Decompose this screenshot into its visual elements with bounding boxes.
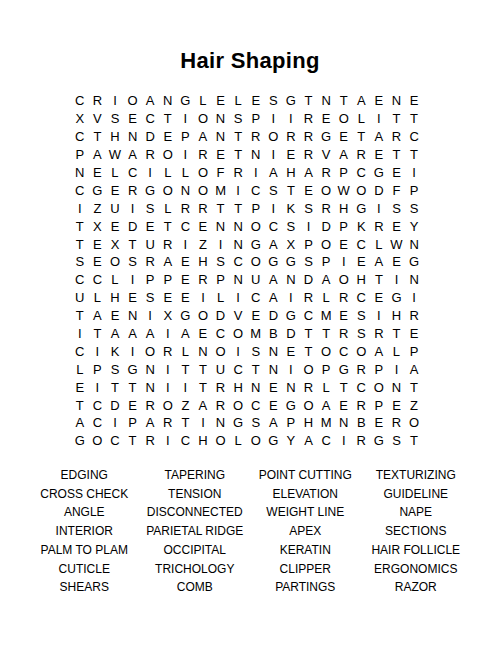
grid-cell[interactable]: T bbox=[335, 92, 353, 110]
grid-cell[interactable]: D bbox=[212, 307, 230, 325]
grid-cell[interactable]: A bbox=[265, 271, 283, 289]
grid-cell[interactable]: C bbox=[141, 110, 159, 128]
grid-cell[interactable]: F bbox=[212, 164, 230, 182]
grid-cell[interactable]: Z bbox=[177, 396, 195, 414]
grid-cell[interactable]: N bbox=[212, 217, 230, 235]
grid-cell[interactable]: I bbox=[177, 110, 195, 128]
grid-cell[interactable]: T bbox=[177, 360, 195, 378]
grid-cell[interactable]: E bbox=[106, 181, 124, 199]
grid-cell[interactable]: K bbox=[353, 217, 371, 235]
grid-cell[interactable]: E bbox=[300, 181, 318, 199]
grid-cell[interactable]: L bbox=[229, 92, 247, 110]
grid-cell[interactable]: T bbox=[405, 378, 423, 396]
grid-cell[interactable]: E bbox=[212, 92, 230, 110]
grid-cell[interactable]: E bbox=[212, 146, 230, 164]
grid-cell[interactable]: R bbox=[159, 414, 177, 432]
grid-cell[interactable]: O bbox=[353, 181, 371, 199]
grid-cell[interactable]: A bbox=[89, 307, 107, 325]
grid-cell[interactable]: R bbox=[159, 342, 177, 360]
grid-cell[interactable]: O bbox=[247, 432, 265, 450]
grid-cell[interactable]: C bbox=[265, 217, 283, 235]
grid-cell[interactable]: I bbox=[124, 271, 142, 289]
grid-cell[interactable]: T bbox=[212, 199, 230, 217]
grid-cell[interactable]: E bbox=[89, 253, 107, 271]
grid-cell[interactable]: I bbox=[106, 92, 124, 110]
grid-cell[interactable]: D bbox=[141, 128, 159, 146]
grid-cell[interactable]: O bbox=[353, 342, 371, 360]
grid-cell[interactable]: A bbox=[265, 164, 283, 182]
grid-cell[interactable]: N bbox=[388, 92, 406, 110]
grid-cell[interactable]: R bbox=[124, 181, 142, 199]
grid-cell[interactable]: H bbox=[353, 271, 371, 289]
grid-cell[interactable]: E bbox=[335, 396, 353, 414]
grid-cell[interactable]: I bbox=[300, 217, 318, 235]
grid-cell[interactable]: E bbox=[124, 396, 142, 414]
grid-cell[interactable]: E bbox=[247, 92, 265, 110]
grid-cell[interactable]: T bbox=[247, 360, 265, 378]
grid-cell[interactable]: P bbox=[212, 271, 230, 289]
grid-cell[interactable]: A bbox=[194, 128, 212, 146]
grid-cell[interactable]: I bbox=[388, 360, 406, 378]
grid-cell[interactable]: E bbox=[159, 128, 177, 146]
grid-cell[interactable]: T bbox=[124, 235, 142, 253]
grid-cell[interactable]: O bbox=[89, 432, 107, 450]
grid-cell[interactable]: O bbox=[159, 396, 177, 414]
grid-cell[interactable]: T bbox=[71, 307, 89, 325]
grid-cell[interactable]: O bbox=[194, 110, 212, 128]
grid-cell[interactable]: C bbox=[300, 307, 318, 325]
grid-cell[interactable]: X bbox=[89, 217, 107, 235]
grid-cell[interactable]: I bbox=[194, 289, 212, 307]
grid-cell[interactable]: R bbox=[300, 110, 318, 128]
grid-cell[interactable]: S bbox=[282, 217, 300, 235]
grid-cell[interactable]: N bbox=[194, 342, 212, 360]
grid-cell[interactable]: E bbox=[405, 325, 423, 343]
grid-cell[interactable]: A bbox=[265, 414, 283, 432]
grid-cell[interactable]: S bbox=[106, 360, 124, 378]
grid-cell[interactable]: I bbox=[370, 307, 388, 325]
grid-cell[interactable]: I bbox=[229, 342, 247, 360]
grid-cell[interactable]: T bbox=[335, 378, 353, 396]
grid-cell[interactable]: P bbox=[282, 414, 300, 432]
grid-cell[interactable]: L bbox=[370, 235, 388, 253]
grid-cell[interactable]: E bbox=[159, 289, 177, 307]
grid-cell[interactable]: A bbox=[106, 325, 124, 343]
grid-cell[interactable]: I bbox=[405, 289, 423, 307]
grid-cell[interactable]: D bbox=[282, 325, 300, 343]
grid-cell[interactable]: I bbox=[159, 360, 177, 378]
grid-cell[interactable]: E bbox=[405, 92, 423, 110]
grid-cell[interactable]: R bbox=[300, 146, 318, 164]
grid-cell[interactable]: O bbox=[106, 253, 124, 271]
grid-cell[interactable]: N bbox=[212, 110, 230, 128]
grid-cell[interactable]: R bbox=[317, 199, 335, 217]
grid-cell[interactable]: X bbox=[282, 235, 300, 253]
grid-cell[interactable]: R bbox=[353, 360, 371, 378]
grid-cell[interactable]: O bbox=[194, 181, 212, 199]
grid-cell[interactable]: R bbox=[317, 164, 335, 182]
grid-cell[interactable]: R bbox=[370, 217, 388, 235]
grid-cell[interactable]: I bbox=[265, 110, 283, 128]
grid-cell[interactable]: N bbox=[71, 164, 89, 182]
grid-cell[interactable]: N bbox=[265, 342, 283, 360]
grid-cell[interactable]: R bbox=[141, 432, 159, 450]
grid-cell[interactable]: K bbox=[106, 342, 124, 360]
grid-cell[interactable]: T bbox=[229, 146, 247, 164]
grid-cell[interactable]: R bbox=[194, 146, 212, 164]
grid-cell[interactable]: E bbox=[89, 164, 107, 182]
grid-cell[interactable]: P bbox=[159, 271, 177, 289]
grid-cell[interactable]: G bbox=[370, 164, 388, 182]
grid-cell[interactable]: N bbox=[124, 307, 142, 325]
grid-cell[interactable]: P bbox=[370, 360, 388, 378]
grid-cell[interactable]: H bbox=[106, 289, 124, 307]
grid-cell[interactable]: D bbox=[265, 307, 283, 325]
grid-cell[interactable]: E bbox=[282, 342, 300, 360]
grid-cell[interactable]: L bbox=[229, 432, 247, 450]
grid-cell[interactable]: A bbox=[317, 271, 335, 289]
grid-cell[interactable]: E bbox=[124, 289, 142, 307]
grid-cell[interactable]: C bbox=[71, 92, 89, 110]
grid-cell[interactable]: N bbox=[159, 92, 177, 110]
grid-cell[interactable]: D bbox=[106, 396, 124, 414]
grid-cell[interactable]: S bbox=[405, 199, 423, 217]
grid-cell[interactable]: B bbox=[265, 325, 283, 343]
grid-cell[interactable]: P bbox=[141, 271, 159, 289]
grid-cell[interactable]: E bbox=[265, 378, 283, 396]
grid-cell[interactable]: P bbox=[370, 396, 388, 414]
grid-cell[interactable]: H bbox=[300, 414, 318, 432]
grid-cell[interactable]: T bbox=[71, 217, 89, 235]
grid-cell[interactable]: N bbox=[317, 92, 335, 110]
grid-cell[interactable]: Y bbox=[405, 217, 423, 235]
grid-cell[interactable]: G bbox=[265, 432, 283, 450]
grid-cell[interactable]: A bbox=[141, 325, 159, 343]
grid-cell[interactable]: S bbox=[247, 414, 265, 432]
grid-cell[interactable]: P bbox=[317, 360, 335, 378]
grid-cell[interactable]: I bbox=[282, 360, 300, 378]
grid-cell[interactable]: E bbox=[388, 164, 406, 182]
grid-cell[interactable]: A bbox=[370, 253, 388, 271]
grid-cell[interactable]: S bbox=[106, 110, 124, 128]
grid-cell[interactable]: O bbox=[229, 325, 247, 343]
grid-cell[interactable]: E bbox=[247, 307, 265, 325]
grid-cell[interactable]: T bbox=[405, 146, 423, 164]
grid-cell[interactable]: C bbox=[247, 289, 265, 307]
grid-cell[interactable]: T bbox=[71, 396, 89, 414]
grid-cell[interactable]: L bbox=[177, 164, 195, 182]
grid-cell[interactable]: R bbox=[194, 199, 212, 217]
grid-cell[interactable]: R bbox=[212, 396, 230, 414]
grid-cell[interactable]: P bbox=[71, 146, 89, 164]
grid-cell[interactable]: G bbox=[370, 432, 388, 450]
grid-cell[interactable]: L bbox=[317, 378, 335, 396]
grid-cell[interactable]: T bbox=[405, 432, 423, 450]
grid-cell[interactable]: T bbox=[71, 235, 89, 253]
grid-cell[interactable]: O bbox=[405, 414, 423, 432]
grid-cell[interactable]: A bbox=[194, 396, 212, 414]
grid-cell[interactable]: C bbox=[317, 432, 335, 450]
grid-cell[interactable]: S bbox=[71, 253, 89, 271]
grid-cell[interactable]: I bbox=[212, 235, 230, 253]
grid-cell[interactable]: T bbox=[370, 271, 388, 289]
grid-cell[interactable]: R bbox=[353, 432, 371, 450]
grid-cell[interactable]: T bbox=[300, 92, 318, 110]
grid-cell[interactable]: I bbox=[194, 414, 212, 432]
grid-cell[interactable]: U bbox=[212, 360, 230, 378]
grid-cell[interactable]: E bbox=[265, 396, 283, 414]
grid-cell[interactable]: N bbox=[388, 378, 406, 396]
grid-cell[interactable]: E bbox=[370, 92, 388, 110]
grid-cell[interactable]: M bbox=[317, 414, 335, 432]
grid-cell[interactable]: R bbox=[141, 396, 159, 414]
grid-cell[interactable]: O bbox=[194, 164, 212, 182]
grid-cell[interactable]: P bbox=[247, 199, 265, 217]
grid-cell[interactable]: D bbox=[124, 217, 142, 235]
grid-cell[interactable]: T bbox=[300, 325, 318, 343]
grid-cell[interactable]: T bbox=[89, 128, 107, 146]
grid-cell[interactable]: I bbox=[71, 325, 89, 343]
grid-cell[interactable]: R bbox=[353, 396, 371, 414]
grid-cell[interactable]: L bbox=[89, 289, 107, 307]
grid-cell[interactable]: E bbox=[335, 128, 353, 146]
grid-cell[interactable]: I bbox=[159, 325, 177, 343]
grid-cell[interactable]: O bbox=[300, 360, 318, 378]
grid-cell[interactable]: A bbox=[370, 342, 388, 360]
grid-cell[interactable]: E bbox=[335, 235, 353, 253]
grid-cell[interactable]: T bbox=[124, 432, 142, 450]
grid-cell[interactable]: H bbox=[194, 253, 212, 271]
grid-cell[interactable]: I bbox=[89, 342, 107, 360]
grid-cell[interactable]: P bbox=[335, 217, 353, 235]
grid-cell[interactable]: G bbox=[141, 181, 159, 199]
grid-cell[interactable]: R bbox=[335, 289, 353, 307]
grid-cell[interactable]: T bbox=[282, 181, 300, 199]
grid-cell[interactable]: I bbox=[71, 199, 89, 217]
grid-cell[interactable]: U bbox=[247, 271, 265, 289]
grid-cell[interactable]: A bbox=[124, 146, 142, 164]
grid-cell[interactable]: G bbox=[71, 432, 89, 450]
grid-cell[interactable]: L bbox=[317, 289, 335, 307]
grid-cell[interactable]: G bbox=[265, 253, 283, 271]
grid-cell[interactable]: R bbox=[405, 307, 423, 325]
grid-cell[interactable]: C bbox=[353, 164, 371, 182]
grid-cell[interactable]: S bbox=[141, 289, 159, 307]
grid-cell[interactable]: L bbox=[159, 164, 177, 182]
grid-cell[interactable]: S bbox=[353, 325, 371, 343]
grid-cell[interactable]: M bbox=[317, 307, 335, 325]
grid-cell[interactable]: R bbox=[300, 289, 318, 307]
grid-cell[interactable]: E bbox=[194, 325, 212, 343]
grid-cell[interactable]: R bbox=[212, 378, 230, 396]
grid-cell[interactable]: T bbox=[388, 325, 406, 343]
grid-cell[interactable]: A bbox=[405, 360, 423, 378]
grid-cell[interactable]: G bbox=[177, 92, 195, 110]
grid-cell[interactable]: W bbox=[388, 235, 406, 253]
grid-cell[interactable]: G bbox=[229, 414, 247, 432]
grid-cell[interactable]: P bbox=[177, 128, 195, 146]
grid-cell[interactable]: T bbox=[194, 360, 212, 378]
grid-cell[interactable]: O bbox=[335, 110, 353, 128]
grid-cell[interactable]: G bbox=[388, 289, 406, 307]
grid-cell[interactable]: Z bbox=[405, 396, 423, 414]
grid-cell[interactable]: S bbox=[212, 253, 230, 271]
grid-cell[interactable]: O bbox=[194, 307, 212, 325]
grid-cell[interactable]: M bbox=[212, 181, 230, 199]
grid-cell[interactable]: O bbox=[335, 271, 353, 289]
grid-cell[interactable]: G bbox=[124, 360, 142, 378]
grid-cell[interactable]: E bbox=[388, 217, 406, 235]
grid-cell[interactable]: U bbox=[106, 199, 124, 217]
grid-cell[interactable]: A bbox=[265, 289, 283, 307]
grid-cell[interactable]: C bbox=[229, 253, 247, 271]
grid-cell[interactable]: O bbox=[141, 342, 159, 360]
grid-cell[interactable]: A bbox=[124, 325, 142, 343]
grid-cell[interactable]: E bbox=[124, 110, 142, 128]
grid-cell[interactable]: O bbox=[159, 181, 177, 199]
grid-cell[interactable]: A bbox=[141, 414, 159, 432]
grid-cell[interactable]: A bbox=[71, 414, 89, 432]
grid-cell[interactable]: O bbox=[124, 92, 142, 110]
grid-cell[interactable]: O bbox=[265, 128, 283, 146]
grid-cell[interactable]: E bbox=[106, 217, 124, 235]
grid-cell[interactable]: E bbox=[194, 217, 212, 235]
grid-cell[interactable]: I bbox=[177, 146, 195, 164]
grid-cell[interactable]: W bbox=[106, 146, 124, 164]
grid-cell[interactable]: I bbox=[388, 271, 406, 289]
grid-cell[interactable]: F bbox=[388, 181, 406, 199]
grid-cell[interactable]: H bbox=[229, 378, 247, 396]
grid-cell[interactable]: P bbox=[405, 342, 423, 360]
grid-cell[interactable]: L bbox=[212, 289, 230, 307]
grid-cell[interactable]: C bbox=[247, 396, 265, 414]
grid-cell[interactable]: A bbox=[353, 92, 371, 110]
grid-cell[interactable]: I bbox=[370, 199, 388, 217]
grid-cell[interactable]: O bbox=[159, 146, 177, 164]
grid-cell[interactable]: I bbox=[159, 432, 177, 450]
grid-cell[interactable]: C bbox=[353, 289, 371, 307]
grid-cell[interactable]: I bbox=[141, 164, 159, 182]
grid-cell[interactable]: R bbox=[89, 92, 107, 110]
grid-cell[interactable]: O bbox=[370, 378, 388, 396]
grid-cell[interactable]: R bbox=[300, 378, 318, 396]
grid-cell[interactable]: E bbox=[370, 146, 388, 164]
grid-cell[interactable]: N bbox=[405, 271, 423, 289]
grid-cell[interactable]: R bbox=[177, 199, 195, 217]
grid-cell[interactable]: V bbox=[89, 110, 107, 128]
grid-cell[interactable]: N bbox=[229, 235, 247, 253]
grid-cell[interactable]: P bbox=[247, 110, 265, 128]
grid-cell[interactable]: I bbox=[405, 164, 423, 182]
grid-cell[interactable]: B bbox=[353, 414, 371, 432]
grid-cell[interactable]: H bbox=[106, 128, 124, 146]
grid-cell[interactable]: L bbox=[71, 360, 89, 378]
grid-cell[interactable]: T bbox=[194, 378, 212, 396]
grid-cell[interactable]: R bbox=[300, 128, 318, 146]
grid-cell[interactable]: L bbox=[194, 92, 212, 110]
grid-cell[interactable]: P bbox=[300, 235, 318, 253]
grid-cell[interactable]: T bbox=[405, 110, 423, 128]
grid-cell[interactable]: T bbox=[159, 217, 177, 235]
grid-cell[interactable]: N bbox=[247, 378, 265, 396]
grid-cell[interactable]: R bbox=[388, 128, 406, 146]
grid-cell[interactable]: I bbox=[335, 253, 353, 271]
grid-cell[interactable]: E bbox=[317, 110, 335, 128]
grid-cell[interactable]: S bbox=[141, 199, 159, 217]
grid-cell[interactable]: G bbox=[405, 253, 423, 271]
grid-cell[interactable]: O bbox=[317, 181, 335, 199]
grid-cell[interactable]: L bbox=[106, 271, 124, 289]
grid-cell[interactable]: O bbox=[212, 342, 230, 360]
grid-cell[interactable]: H bbox=[194, 432, 212, 450]
grid-cell[interactable]: M bbox=[247, 325, 265, 343]
grid-cell[interactable]: R bbox=[247, 128, 265, 146]
grid-cell[interactable]: R bbox=[282, 128, 300, 146]
grid-cell[interactable]: G bbox=[282, 307, 300, 325]
grid-cell[interactable]: I bbox=[370, 110, 388, 128]
grid-cell[interactable]: S bbox=[265, 181, 283, 199]
grid-cell[interactable]: C bbox=[353, 378, 371, 396]
grid-cell[interactable]: G bbox=[353, 199, 371, 217]
grid-cell[interactable]: E bbox=[106, 307, 124, 325]
grid-cell[interactable]: O bbox=[247, 217, 265, 235]
grid-cell[interactable]: R bbox=[335, 325, 353, 343]
grid-cell[interactable]: C bbox=[89, 271, 107, 289]
grid-cell[interactable]: I bbox=[229, 289, 247, 307]
grid-cell[interactable]: R bbox=[141, 146, 159, 164]
grid-cell[interactable]: I bbox=[124, 342, 142, 360]
grid-cell[interactable]: N bbox=[229, 271, 247, 289]
grid-cell[interactable]: T bbox=[159, 110, 177, 128]
grid-cell[interactable]: T bbox=[388, 146, 406, 164]
grid-cell[interactable]: C bbox=[71, 181, 89, 199]
grid-cell[interactable]: G bbox=[282, 396, 300, 414]
grid-cell[interactable]: T bbox=[177, 414, 195, 432]
grid-cell[interactable]: A bbox=[300, 164, 318, 182]
grid-cell[interactable]: L bbox=[106, 164, 124, 182]
grid-cell[interactable]: V bbox=[317, 146, 335, 164]
grid-cell[interactable]: E bbox=[388, 396, 406, 414]
grid-cell[interactable]: U bbox=[71, 289, 89, 307]
grid-cell[interactable]: O bbox=[229, 396, 247, 414]
grid-cell[interactable]: E bbox=[388, 253, 406, 271]
grid-cell[interactable]: T bbox=[229, 199, 247, 217]
grid-cell[interactable]: A bbox=[265, 235, 283, 253]
grid-cell[interactable]: E bbox=[370, 414, 388, 432]
grid-cell[interactable]: C bbox=[212, 325, 230, 343]
grid-cell[interactable]: D bbox=[370, 181, 388, 199]
grid-cell[interactable]: E bbox=[353, 253, 371, 271]
grid-cell[interactable]: P bbox=[405, 181, 423, 199]
grid-cell[interactable]: E bbox=[177, 271, 195, 289]
grid-cell[interactable]: A bbox=[89, 146, 107, 164]
grid-cell[interactable]: S bbox=[229, 110, 247, 128]
grid-cell[interactable]: R bbox=[353, 146, 371, 164]
grid-cell[interactable]: T bbox=[124, 378, 142, 396]
grid-cell[interactable]: X bbox=[159, 307, 177, 325]
grid-cell[interactable]: I bbox=[265, 146, 283, 164]
grid-cell[interactable]: Z bbox=[194, 235, 212, 253]
grid-cell[interactable]: A bbox=[335, 146, 353, 164]
grid-cell[interactable]: P bbox=[89, 360, 107, 378]
grid-cell[interactable]: S bbox=[265, 92, 283, 110]
grid-cell[interactable]: E bbox=[335, 307, 353, 325]
grid-cell[interactable]: C bbox=[177, 432, 195, 450]
grid-cell[interactable]: N bbox=[177, 181, 195, 199]
grid-cell[interactable]: T bbox=[106, 378, 124, 396]
grid-cell[interactable]: I bbox=[177, 378, 195, 396]
grid-cell[interactable]: S bbox=[388, 432, 406, 450]
